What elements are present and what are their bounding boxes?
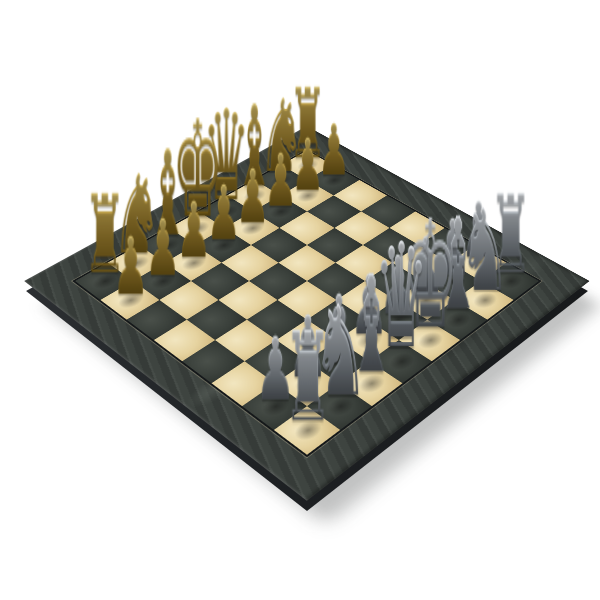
white-rook-icon: ♜ — [238, 314, 375, 437]
chess-board: ♜♞♝♛♚♝♞♜♟♟♟♟♟♟♟♟♟♟♟♟♟♟♟♟♜♞♝♚♛♝♞♜ — [24, 126, 590, 501]
chess-set-photo: ♜♞♝♛♚♝♞♜♟♟♟♟♟♟♟♟♟♟♟♟♟♟♟♟♜♞♝♚♛♝♞♜ — [0, 0, 600, 600]
black-pawn-icon: ♟ — [69, 226, 191, 305]
